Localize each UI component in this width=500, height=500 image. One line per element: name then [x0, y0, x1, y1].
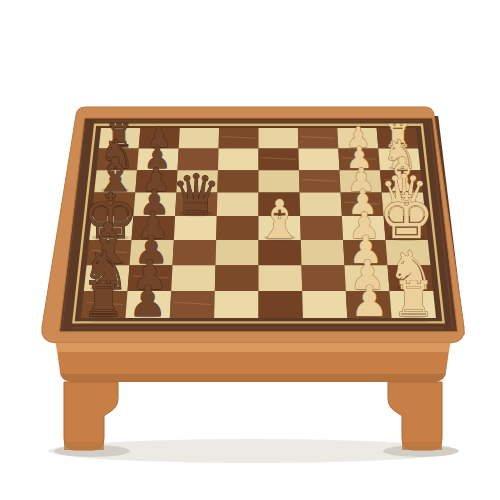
square-a4[interactable] [259, 128, 299, 149]
piece-white-rook-h1[interactable]: ♜ [392, 271, 436, 328]
chess-board: ♜♟♟♜♞♟♟♞♝♟♟♝♟♛♟♛♚♟♝♟♚♝♟♟♞♟♟♞♜♟♟♜ [0, 0, 500, 500]
square-h4[interactable] [259, 291, 303, 318]
square-f6[interactable] [173, 240, 217, 265]
leg-foot-left [64, 442, 104, 450]
square-g5[interactable] [215, 265, 259, 291]
piece-black-pawn-h7[interactable]: ♟ [129, 276, 167, 326]
piece-black-queen-d6[interactable]: ♛ [171, 163, 221, 227]
piece-white-pawn-h2[interactable]: ♟ [350, 276, 388, 326]
square-h5[interactable] [214, 291, 258, 318]
square-e3[interactable] [300, 216, 343, 240]
square-d3[interactable] [300, 193, 342, 216]
square-e5[interactable] [216, 216, 258, 240]
chess-set-photo: ♜♟♟♜♞♟♟♞♝♟♟♝♟♛♟♛♚♟♝♟♚♝♟♟♞♟♟♞♜♟♟♜ [0, 0, 500, 500]
square-b5[interactable] [218, 149, 259, 171]
square-b3[interactable] [298, 149, 339, 171]
square-a6[interactable] [179, 128, 219, 149]
square-c5[interactable] [217, 170, 258, 192]
square-h3[interactable] [302, 291, 347, 318]
square-d5[interactable] [217, 193, 259, 216]
square-f5[interactable] [216, 240, 259, 265]
square-g6[interactable] [171, 265, 215, 291]
piece-black-rook-h8[interactable]: ♜ [82, 271, 126, 328]
piece-white-bishop-e4[interactable]: ♝ [256, 189, 304, 250]
board-leg-right [388, 382, 442, 450]
frame-front-highlight [56, 343, 450, 352]
board-leg-left [64, 382, 118, 450]
leg-foot-right [402, 442, 442, 450]
square-g3[interactable] [302, 265, 346, 291]
square-g4[interactable] [259, 265, 303, 291]
square-f3[interactable] [301, 240, 345, 265]
